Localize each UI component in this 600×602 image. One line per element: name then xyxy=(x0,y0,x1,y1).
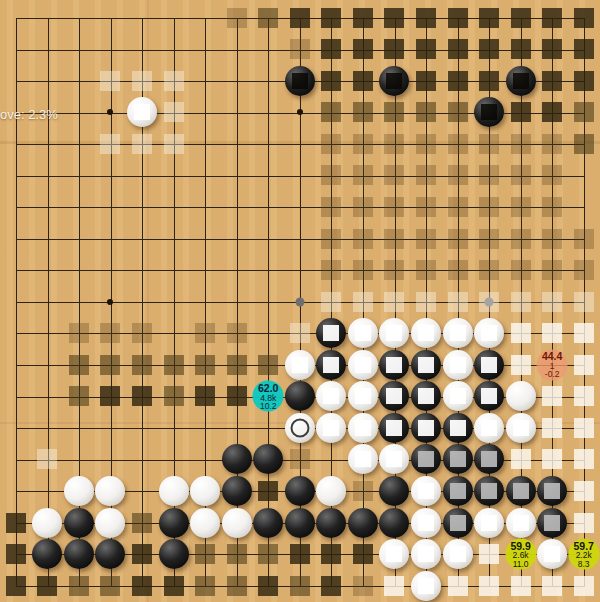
ownership-square xyxy=(353,8,373,28)
stone-ownership-square xyxy=(418,515,434,531)
stone-ownership-square xyxy=(292,73,308,89)
candidate-move-cyan[interactable]: 62.04.8k10.2 xyxy=(253,381,284,412)
ownership-square xyxy=(353,165,373,185)
white-stone[interactable] xyxy=(506,381,536,411)
ownership-square xyxy=(384,197,404,217)
star-point xyxy=(295,297,304,306)
ownership-square xyxy=(69,386,89,406)
white-stone[interactable] xyxy=(316,476,346,506)
ownership-square xyxy=(321,71,341,91)
ownership-square xyxy=(290,449,310,469)
ownership-square xyxy=(321,102,341,122)
ownership-square xyxy=(448,229,468,249)
ownership-square xyxy=(511,355,531,375)
ownership-square xyxy=(416,102,436,122)
ownership-square xyxy=(100,355,120,375)
stone-ownership-square xyxy=(355,451,371,467)
white-stone[interactable] xyxy=(95,508,125,538)
black-stone[interactable] xyxy=(285,381,315,411)
ownership-square xyxy=(574,418,594,438)
ownership-square xyxy=(511,229,531,249)
ownership-square xyxy=(448,134,468,154)
ownership-square xyxy=(511,197,531,217)
ownership-square xyxy=(448,197,468,217)
stone-ownership-square xyxy=(418,357,434,373)
star-point xyxy=(297,109,303,115)
candidate-move-salmon[interactable]: 44.41-0.2 xyxy=(537,349,568,380)
ownership-square xyxy=(321,292,341,312)
ownership-square xyxy=(321,165,341,185)
ownership-square xyxy=(542,134,562,154)
stone-ownership-square xyxy=(323,357,339,373)
ownership-square xyxy=(448,576,468,596)
ownership-square xyxy=(448,39,468,59)
ownership-square xyxy=(416,71,436,91)
white-stone[interactable] xyxy=(190,508,220,538)
ownership-square xyxy=(542,449,562,469)
ownership-square xyxy=(574,134,594,154)
stone-ownership-square xyxy=(418,578,434,594)
ownership-square xyxy=(227,386,247,406)
ownership-square xyxy=(574,229,594,249)
ownership-square xyxy=(416,197,436,217)
ownership-square xyxy=(258,544,278,564)
ownership-square xyxy=(321,576,341,596)
ownership-square xyxy=(479,134,499,154)
ownership-square xyxy=(100,323,120,343)
ownership-square xyxy=(542,260,562,280)
ownership-square xyxy=(321,197,341,217)
ownership-square xyxy=(100,71,120,91)
stone-ownership-square xyxy=(450,515,466,531)
stone-ownership-square xyxy=(450,388,466,404)
ownership-square xyxy=(6,544,26,564)
ownership-square xyxy=(227,8,247,28)
ownership-square xyxy=(258,576,278,596)
ownership-square xyxy=(195,386,215,406)
ownership-square xyxy=(258,8,278,28)
ownership-square xyxy=(542,8,562,28)
black-stone[interactable] xyxy=(285,476,315,506)
stone-ownership-square xyxy=(134,104,150,120)
ownership-square xyxy=(574,449,594,469)
ownership-square xyxy=(542,165,562,185)
ownership-square xyxy=(479,165,499,185)
ownership-square xyxy=(100,134,120,154)
black-stone[interactable] xyxy=(222,476,252,506)
stone-ownership-square xyxy=(513,515,529,531)
ownership-square xyxy=(321,134,341,154)
ownership-square xyxy=(479,8,499,28)
ownership-square xyxy=(416,39,436,59)
ownership-square xyxy=(479,260,499,280)
ownership-square xyxy=(164,355,184,375)
ownership-square xyxy=(353,481,373,501)
black-stone[interactable] xyxy=(379,476,409,506)
ownership-square xyxy=(448,8,468,28)
ownership-square xyxy=(448,260,468,280)
ownership-square xyxy=(574,8,594,28)
ownership-square xyxy=(100,386,120,406)
ownership-square xyxy=(542,71,562,91)
ownership-square xyxy=(574,513,594,533)
star-point xyxy=(107,299,113,305)
ownership-square xyxy=(574,102,594,122)
white-stone[interactable] xyxy=(190,476,220,506)
stone-ownership-square xyxy=(481,357,497,373)
black-stone[interactable] xyxy=(95,539,125,569)
ownership-square xyxy=(511,8,531,28)
ownership-square xyxy=(416,229,436,249)
ownership-square xyxy=(132,71,152,91)
stone-ownership-square xyxy=(355,325,371,341)
ownership-square xyxy=(290,39,310,59)
white-stone[interactable] xyxy=(64,476,94,506)
ownership-square xyxy=(542,576,562,596)
ownership-square xyxy=(479,576,499,596)
ownership-square xyxy=(6,576,26,596)
candidate-score: 11.0 xyxy=(513,559,529,567)
stone-ownership-square xyxy=(513,420,529,436)
ownership-square xyxy=(132,323,152,343)
stone-ownership-square xyxy=(513,73,529,89)
candidate-move-yellow[interactable]: 59.72.2k8.3 xyxy=(568,539,599,570)
ownership-square xyxy=(195,323,215,343)
ownership-square xyxy=(290,544,310,564)
stone-ownership-square xyxy=(418,546,434,562)
white-stone[interactable] xyxy=(159,476,189,506)
stone-ownership-square xyxy=(355,388,371,404)
stone-ownership-square xyxy=(481,515,497,531)
ownership-square xyxy=(290,576,310,596)
ownership-square xyxy=(448,71,468,91)
stone-ownership-square xyxy=(418,451,434,467)
ownership-square xyxy=(353,102,373,122)
stone-ownership-square xyxy=(386,420,402,436)
ownership-square xyxy=(542,418,562,438)
stone-ownership-square xyxy=(481,451,497,467)
stone-ownership-square xyxy=(386,388,402,404)
black-stone[interactable] xyxy=(316,508,346,538)
ownership-square xyxy=(195,355,215,375)
winrate-overlay-text: ove: 2.3% xyxy=(0,107,58,122)
ownership-square xyxy=(164,102,184,122)
ownership-square xyxy=(574,260,594,280)
stone-ownership-square xyxy=(481,483,497,499)
stone-ownership-square xyxy=(450,451,466,467)
black-stone[interactable] xyxy=(379,508,409,538)
ownership-square xyxy=(384,229,404,249)
ownership-square xyxy=(511,292,531,312)
candidate-score: 8.3 xyxy=(578,559,590,567)
stone-ownership-square xyxy=(450,325,466,341)
ownership-square xyxy=(479,544,499,564)
white-stone[interactable] xyxy=(32,508,62,538)
ownership-square xyxy=(132,544,152,564)
ownership-square xyxy=(353,134,373,154)
ownership-square xyxy=(353,39,373,59)
ownership-square xyxy=(542,229,562,249)
candidate-score: 10.2 xyxy=(260,401,277,409)
ownership-square xyxy=(353,260,373,280)
ownership-square xyxy=(290,8,310,28)
ownership-square xyxy=(542,323,562,343)
ownership-square xyxy=(227,576,247,596)
ownership-square xyxy=(574,481,594,501)
black-stone[interactable] xyxy=(159,508,189,538)
ownership-square xyxy=(132,513,152,533)
stone-ownership-square xyxy=(418,388,434,404)
ownership-square xyxy=(479,71,499,91)
ownership-square xyxy=(511,323,531,343)
ownership-square xyxy=(479,229,499,249)
ownership-square xyxy=(448,165,468,185)
black-stone[interactable] xyxy=(253,508,283,538)
ownership-square xyxy=(164,71,184,91)
ownership-square xyxy=(479,197,499,217)
star-point xyxy=(107,109,113,115)
stone-ownership-square xyxy=(292,357,308,373)
stone-ownership-square xyxy=(513,483,529,499)
stone-ownership-square xyxy=(544,546,560,562)
stone-ownership-square xyxy=(386,357,402,373)
ownership-square xyxy=(511,449,531,469)
black-stone[interactable] xyxy=(222,444,252,474)
stone-ownership-square xyxy=(323,325,339,341)
stone-ownership-square xyxy=(418,483,434,499)
ownership-square xyxy=(353,197,373,217)
stone-ownership-square xyxy=(450,546,466,562)
ownership-square xyxy=(511,576,531,596)
black-stone[interactable] xyxy=(64,508,94,538)
ownership-square xyxy=(416,134,436,154)
ownership-square xyxy=(416,8,436,28)
ownership-square xyxy=(227,355,247,375)
ownership-square xyxy=(574,355,594,375)
ownership-square xyxy=(416,260,436,280)
ownership-square xyxy=(511,260,531,280)
ownership-square xyxy=(69,576,89,596)
stone-ownership-square xyxy=(544,515,560,531)
ownership-square xyxy=(416,292,436,312)
ownership-square xyxy=(321,544,341,564)
ownership-square xyxy=(164,134,184,154)
ownership-square xyxy=(416,165,436,185)
stone-ownership-square xyxy=(481,104,497,120)
white-stone[interactable] xyxy=(95,476,125,506)
ownership-square xyxy=(384,576,404,596)
ownership-square xyxy=(37,449,57,469)
stone-ownership-square xyxy=(386,546,402,562)
ownership-square xyxy=(384,292,404,312)
stone-ownership-square xyxy=(355,420,371,436)
ownership-square xyxy=(227,323,247,343)
ownership-square xyxy=(321,39,341,59)
ownership-square xyxy=(511,102,531,122)
stone-ownership-square xyxy=(323,388,339,404)
ownership-square xyxy=(542,197,562,217)
last-move-circle-icon xyxy=(290,418,309,437)
white-stone[interactable] xyxy=(222,508,252,538)
stone-ownership-square xyxy=(450,357,466,373)
black-stone[interactable] xyxy=(348,508,378,538)
ownership-square xyxy=(511,165,531,185)
ownership-square xyxy=(353,71,373,91)
stone-ownership-square xyxy=(355,357,371,373)
ownership-square xyxy=(6,513,26,533)
stone-ownership-square xyxy=(418,325,434,341)
go-board[interactable]: 62.04.8k10.244.41-0.259.92.6k11.059.72.2… xyxy=(0,0,600,602)
ownership-square xyxy=(69,355,89,375)
black-stone[interactable] xyxy=(253,444,283,474)
ownership-square xyxy=(479,39,499,59)
stone-ownership-square xyxy=(481,420,497,436)
ownership-square xyxy=(542,292,562,312)
ownership-square xyxy=(511,134,531,154)
ownership-square xyxy=(37,576,57,596)
stone-ownership-square xyxy=(450,420,466,436)
candidate-score: -0.2 xyxy=(545,370,560,378)
ownership-square xyxy=(132,355,152,375)
ownership-square xyxy=(542,39,562,59)
ownership-square xyxy=(574,39,594,59)
ownership-square xyxy=(353,229,373,249)
ownership-square xyxy=(574,323,594,343)
black-stone[interactable] xyxy=(64,539,94,569)
ownership-square xyxy=(132,576,152,596)
ownership-square xyxy=(69,323,89,343)
ownership-square xyxy=(384,134,404,154)
ownership-square xyxy=(384,165,404,185)
ownership-square xyxy=(384,8,404,28)
ownership-square xyxy=(384,102,404,122)
ownership-square xyxy=(542,386,562,406)
ownership-square xyxy=(448,292,468,312)
ownership-square xyxy=(574,386,594,406)
ownership-square xyxy=(195,544,215,564)
ownership-square xyxy=(321,8,341,28)
stone-ownership-square xyxy=(481,325,497,341)
ownership-square xyxy=(195,576,215,596)
ownership-square xyxy=(164,576,184,596)
ownership-square xyxy=(132,134,152,154)
ownership-square xyxy=(384,260,404,280)
ownership-square xyxy=(479,292,499,312)
ownership-square xyxy=(511,39,531,59)
candidate-move-yellow[interactable]: 59.92.6k11.0 xyxy=(505,539,536,570)
stone-ownership-square xyxy=(450,483,466,499)
ownership-square xyxy=(258,355,278,375)
ownership-square xyxy=(258,481,278,501)
ownership-square xyxy=(290,323,310,343)
ownership-square xyxy=(384,39,404,59)
stone-ownership-square xyxy=(386,73,402,89)
stone-ownership-square xyxy=(386,451,402,467)
ownership-square xyxy=(132,386,152,406)
ownership-square xyxy=(574,292,594,312)
stone-ownership-square xyxy=(386,325,402,341)
ownership-square xyxy=(100,576,120,596)
ownership-square xyxy=(353,292,373,312)
ownership-square xyxy=(321,229,341,249)
black-stone[interactable] xyxy=(159,539,189,569)
stone-ownership-square xyxy=(544,483,560,499)
ownership-square xyxy=(574,576,594,596)
black-stone[interactable] xyxy=(285,508,315,538)
ownership-square xyxy=(448,102,468,122)
stone-ownership-square xyxy=(481,388,497,404)
ownership-square xyxy=(574,71,594,91)
stone-ownership-square xyxy=(418,420,434,436)
ownership-square xyxy=(321,260,341,280)
black-stone[interactable] xyxy=(32,539,62,569)
ownership-square xyxy=(542,102,562,122)
ownership-square xyxy=(353,576,373,596)
ownership-square xyxy=(227,544,247,564)
ownership-square xyxy=(164,386,184,406)
stone-ownership-square xyxy=(323,420,339,436)
ownership-square xyxy=(353,544,373,564)
